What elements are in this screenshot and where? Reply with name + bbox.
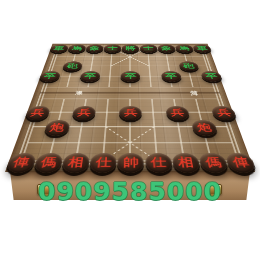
piece-black-elephant[interactable]: 象 — [85, 44, 103, 52]
piece-red-soldier[interactable]: 兵 — [24, 106, 51, 120]
piece-black-horse[interactable]: 馬 — [67, 44, 86, 52]
piece-black-soldier[interactable]: 卒 — [161, 71, 182, 82]
piece-red-horse[interactable]: 傌 — [33, 153, 64, 173]
piece-black-soldier[interactable]: 卒 — [121, 71, 141, 82]
piece-black-elephant[interactable]: 象 — [157, 44, 176, 52]
piece-red-advisor[interactable]: 仕 — [145, 153, 173, 173]
piece-red-soldier[interactable]: 兵 — [211, 106, 238, 120]
watermark-phone-number: 0909585000 — [0, 177, 260, 206]
board-perspective: 漢界 楚河 車馬象士將士象馬車砲砲卒卒卒卒卒兵兵兵兵兵炮炮俥傌相仕帥仕相傌俥 — [5, 0, 255, 172]
piece-black-chariot[interactable]: 車 — [192, 44, 212, 52]
piece-red-soldier[interactable]: 兵 — [165, 106, 190, 120]
piece-black-general[interactable]: 將 — [122, 44, 139, 52]
xiangqi-board: 漢界 楚河 車馬象士將士象馬車砲砲卒卒卒卒卒兵兵兵兵兵炮炮俥傌相仕帥仕相傌俥 — [5, 44, 255, 172]
product-photo: 漢界 楚河 車馬象士將士象馬車砲砲卒卒卒卒卒兵兵兵兵兵炮炮俥傌相仕帥仕相傌俥 0… — [0, 0, 260, 260]
piece-black-advisor[interactable]: 士 — [104, 44, 122, 52]
piece-red-elephant[interactable]: 相 — [61, 153, 90, 173]
piece-red-advisor[interactable]: 仕 — [89, 153, 117, 173]
piece-red-chariot[interactable]: 俥 — [4, 153, 37, 173]
piece-black-soldier[interactable]: 卒 — [79, 71, 100, 82]
piece-red-cannon[interactable]: 炮 — [191, 120, 218, 136]
piece-red-soldier[interactable]: 兵 — [72, 106, 97, 120]
piece-red-cannon[interactable]: 炮 — [43, 120, 70, 136]
piece-red-general[interactable]: 帥 — [117, 153, 144, 173]
piece-red-chariot[interactable]: 俥 — [225, 153, 258, 173]
piece-red-elephant[interactable]: 相 — [171, 153, 201, 173]
piece-black-horse[interactable]: 馬 — [175, 44, 194, 52]
piece-black-cannon[interactable]: 砲 — [178, 61, 199, 71]
piece-black-advisor[interactable]: 士 — [140, 44, 158, 52]
piece-red-horse[interactable]: 傌 — [198, 153, 229, 173]
piece-black-chariot[interactable]: 車 — [49, 44, 69, 52]
piece-black-cannon[interactable]: 砲 — [62, 61, 83, 71]
piece-grid: 車馬象士將士象馬車砲砲卒卒卒卒卒兵兵兵兵兵炮炮俥傌相仕帥仕相傌俥 — [4, 44, 258, 172]
piece-black-soldier[interactable]: 卒 — [200, 71, 223, 82]
piece-black-soldier[interactable]: 卒 — [38, 71, 61, 82]
piece-red-soldier[interactable]: 兵 — [119, 106, 142, 120]
